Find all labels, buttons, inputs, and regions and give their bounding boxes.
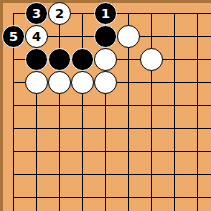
stone-white	[48, 71, 71, 94]
stone-black	[94, 25, 117, 48]
go-board-diagram: 32154	[0, 0, 211, 211]
stone-white	[71, 71, 94, 94]
stone-black	[25, 48, 48, 71]
stone-black-move-3: 3	[25, 2, 48, 25]
stone-white	[25, 71, 48, 94]
stone-black	[48, 48, 71, 71]
stone-white	[94, 48, 117, 71]
stone-white	[94, 71, 117, 94]
stone-white	[117, 25, 140, 48]
stone-white-move-2: 2	[48, 2, 71, 25]
stone-white	[140, 48, 163, 71]
stones-layer: 32154	[2, 2, 209, 209]
stone-black	[71, 48, 94, 71]
stone-black-move-5: 5	[2, 25, 25, 48]
stone-white-move-4: 4	[25, 25, 48, 48]
stone-black-move-1: 1	[94, 2, 117, 25]
